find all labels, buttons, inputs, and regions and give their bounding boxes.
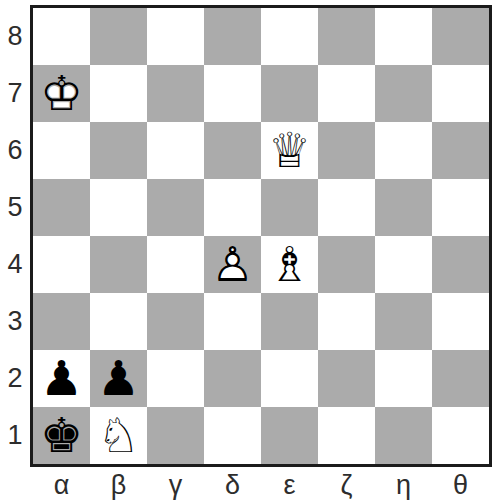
square-a5[interactable]: [33, 179, 90, 236]
square-h1[interactable]: [432, 407, 489, 464]
square-a4[interactable]: [33, 236, 90, 293]
square-a7[interactable]: ♚♔: [33, 65, 90, 122]
piece-glyph: ♟: [97, 354, 140, 402]
piece-outline-glyph: ♕: [268, 126, 311, 174]
square-e2[interactable]: [261, 350, 318, 407]
square-f4[interactable]: [318, 236, 375, 293]
square-d5[interactable]: [204, 179, 261, 236]
file-label-a: α: [33, 470, 90, 500]
chess-board: ♚♔♛♕♟♙♝♗♟♟♚♞♘: [30, 5, 492, 467]
square-b4[interactable]: [90, 236, 147, 293]
piece-glyph: ♟: [40, 354, 83, 402]
black-pawn[interactable]: ♟: [33, 350, 90, 407]
square-d3[interactable]: [204, 293, 261, 350]
white-queen[interactable]: ♛♕: [261, 122, 318, 179]
file-label-g: η: [375, 470, 432, 500]
square-f6[interactable]: [318, 122, 375, 179]
square-b2[interactable]: ♟: [90, 350, 147, 407]
square-e6[interactable]: ♛♕: [261, 122, 318, 179]
square-d2[interactable]: [204, 350, 261, 407]
white-pawn[interactable]: ♟♙: [204, 236, 261, 293]
square-e4[interactable]: ♝♗: [261, 236, 318, 293]
square-f2[interactable]: [318, 350, 375, 407]
rank-label-4: 4: [0, 236, 30, 293]
square-a2[interactable]: ♟: [33, 350, 90, 407]
square-c1[interactable]: [147, 407, 204, 464]
chess-diagram: 87654321 ♚♔♛♕♟♙♝♗♟♟♚♞♘ αβγδεζηθ: [0, 0, 500, 500]
square-c8[interactable]: [147, 8, 204, 65]
piece-outline-glyph: ♔: [40, 69, 83, 117]
square-g1[interactable]: [375, 407, 432, 464]
square-h7[interactable]: [432, 65, 489, 122]
rank-label-6: 6: [0, 122, 30, 179]
square-f5[interactable]: [318, 179, 375, 236]
square-d4[interactable]: ♟♙: [204, 236, 261, 293]
rank-label-8: 8: [0, 8, 30, 65]
square-h8[interactable]: [432, 8, 489, 65]
square-d8[interactable]: [204, 8, 261, 65]
square-a6[interactable]: [33, 122, 90, 179]
rank-label-2: 2: [0, 350, 30, 407]
board-area: 87654321 ♚♔♛♕♟♙♝♗♟♟♚♞♘ αβγδεζηθ: [0, 0, 492, 500]
square-g5[interactable]: [375, 179, 432, 236]
square-g7[interactable]: [375, 65, 432, 122]
square-c2[interactable]: [147, 350, 204, 407]
square-f7[interactable]: [318, 65, 375, 122]
square-g3[interactable]: [375, 293, 432, 350]
file-label-h: θ: [432, 470, 489, 500]
piece-outline-glyph: ♗: [268, 240, 311, 288]
square-c4[interactable]: [147, 236, 204, 293]
file-label-f: ζ: [318, 470, 375, 500]
square-e8[interactable]: [261, 8, 318, 65]
rank-label-1: 1: [0, 407, 30, 464]
file-label-c: γ: [147, 470, 204, 500]
square-e7[interactable]: [261, 65, 318, 122]
file-labels: αβγδεζηθ: [33, 470, 492, 500]
square-f3[interactable]: [318, 293, 375, 350]
square-b1[interactable]: ♞♘: [90, 407, 147, 464]
square-e1[interactable]: [261, 407, 318, 464]
square-h3[interactable]: [432, 293, 489, 350]
file-label-e: ε: [261, 470, 318, 500]
square-c3[interactable]: [147, 293, 204, 350]
piece-outline-glyph: ♘: [97, 411, 140, 459]
file-label-d: δ: [204, 470, 261, 500]
square-d1[interactable]: [204, 407, 261, 464]
square-b7[interactable]: [90, 65, 147, 122]
square-b6[interactable]: [90, 122, 147, 179]
square-e5[interactable]: [261, 179, 318, 236]
square-f8[interactable]: [318, 8, 375, 65]
square-d6[interactable]: [204, 122, 261, 179]
black-king[interactable]: ♚: [33, 407, 90, 464]
square-c7[interactable]: [147, 65, 204, 122]
square-f1[interactable]: [318, 407, 375, 464]
rank-label-7: 7: [0, 65, 30, 122]
square-d7[interactable]: [204, 65, 261, 122]
square-a3[interactable]: [33, 293, 90, 350]
square-c6[interactable]: [147, 122, 204, 179]
piece-glyph: ♚: [40, 411, 83, 459]
square-h5[interactable]: [432, 179, 489, 236]
square-b3[interactable]: [90, 293, 147, 350]
square-b8[interactable]: [90, 8, 147, 65]
rank-labels: 87654321: [0, 0, 30, 500]
square-h2[interactable]: [432, 350, 489, 407]
square-g6[interactable]: [375, 122, 432, 179]
board-column: ♚♔♛♕♟♙♝♗♟♟♚♞♘ αβγδεζηθ: [30, 0, 492, 500]
square-b5[interactable]: [90, 179, 147, 236]
square-h4[interactable]: [432, 236, 489, 293]
black-pawn[interactable]: ♟: [90, 350, 147, 407]
rank-label-5: 5: [0, 179, 30, 236]
square-a1[interactable]: ♚: [33, 407, 90, 464]
square-h6[interactable]: [432, 122, 489, 179]
white-king[interactable]: ♚♔: [33, 65, 90, 122]
square-g2[interactable]: [375, 350, 432, 407]
rank-label-3: 3: [0, 293, 30, 350]
white-knight[interactable]: ♞♘: [90, 407, 147, 464]
square-e3[interactable]: [261, 293, 318, 350]
square-g8[interactable]: [375, 8, 432, 65]
white-bishop[interactable]: ♝♗: [261, 236, 318, 293]
square-g4[interactable]: [375, 236, 432, 293]
square-c5[interactable]: [147, 179, 204, 236]
piece-outline-glyph: ♙: [211, 240, 254, 288]
square-a8[interactable]: [33, 8, 90, 65]
file-label-b: β: [90, 470, 147, 500]
